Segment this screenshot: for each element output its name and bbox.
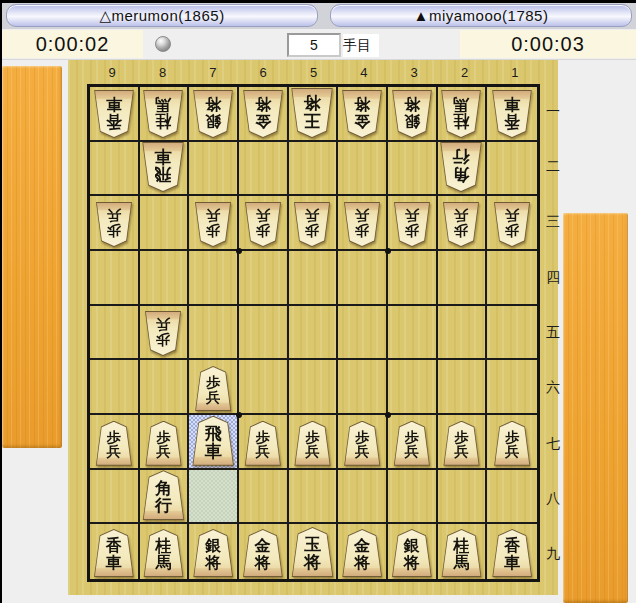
gote-piece-銀将: 銀将	[390, 90, 434, 138]
cell-1-9[interactable]: 香車	[487, 524, 537, 579]
cell-1-5[interactable]	[487, 306, 537, 361]
cell-7-7[interactable]: 飛車	[189, 415, 239, 470]
cell-2-6[interactable]	[438, 360, 488, 415]
rank-label-3: 三	[544, 195, 562, 250]
gote-piece-歩兵: 歩兵	[441, 202, 481, 247]
rank-label-6: 六	[544, 361, 562, 416]
gote-piece-歩兵: 歩兵	[342, 202, 382, 247]
sente-piece-歩兵: 歩兵	[342, 421, 382, 466]
sente-piece-桂馬: 桂馬	[141, 529, 185, 577]
cell-8-6[interactable]	[140, 360, 190, 415]
gote-piece-角行: 角行	[438, 142, 484, 192]
cell-8-2[interactable]: 飛車	[140, 142, 190, 197]
rank-label-7: 七	[544, 416, 562, 471]
board-main-area: 987654321 一二三四五六七八九 香車桂馬銀将金将王将金将銀将桂馬香車飛車…	[0, 60, 636, 603]
hoshi-dot	[385, 248, 391, 254]
gote-piece-歩兵: 歩兵	[492, 202, 532, 247]
file-label-9: 9	[87, 64, 137, 82]
cell-5-6[interactable]	[289, 360, 339, 415]
cell-5-8[interactable]	[289, 470, 339, 525]
cell-2-4[interactable]	[438, 251, 488, 306]
cell-7-4[interactable]	[189, 251, 239, 306]
cell-6-1[interactable]: 金将	[239, 87, 289, 142]
sente-piece-銀将: 銀将	[191, 529, 235, 577]
file-label-4: 4	[339, 64, 389, 82]
cell-5-2[interactable]	[289, 142, 339, 197]
cell-8-8[interactable]: 角行	[140, 470, 190, 525]
cell-2-8[interactable]	[438, 470, 488, 525]
cell-9-9[interactable]: 香車	[90, 524, 140, 579]
gote-piece-香車: 香車	[490, 90, 534, 138]
rank-label-4: 四	[544, 250, 562, 305]
cell-8-9[interactable]: 桂馬	[140, 524, 190, 579]
cell-3-3[interactable]: 歩兵	[388, 196, 438, 251]
cell-4-3[interactable]: 歩兵	[338, 196, 388, 251]
gote-piece-歩兵: 歩兵	[143, 311, 183, 356]
turn-indicator-orb-icon	[155, 36, 171, 52]
sente-piece-金将: 金将	[241, 529, 285, 577]
sente-piece-歩兵: 歩兵	[292, 421, 332, 466]
player-button-gote[interactable]: △merumon(1865)	[6, 4, 318, 27]
cell-2-3[interactable]: 歩兵	[438, 196, 488, 251]
cell-2-5[interactable]	[438, 306, 488, 361]
hoshi-dot	[385, 412, 391, 418]
file-label-3: 3	[389, 64, 439, 82]
cell-6-6[interactable]	[239, 360, 289, 415]
cell-6-4[interactable]	[239, 251, 289, 306]
rank-label-1: 一	[544, 84, 562, 139]
cell-3-1[interactable]: 銀将	[388, 87, 438, 142]
cell-1-8[interactable]	[487, 470, 537, 525]
window-left-border	[0, 0, 2, 603]
cell-5-7[interactable]: 歩兵	[289, 415, 339, 470]
cell-6-2[interactable]	[239, 142, 289, 197]
cell-4-1[interactable]: 金将	[338, 87, 388, 142]
sente-piece-香車: 香車	[92, 529, 136, 577]
cell-5-3[interactable]: 歩兵	[289, 196, 339, 251]
sente-piece-歩兵: 歩兵	[392, 421, 432, 466]
cell-4-2[interactable]	[338, 142, 388, 197]
sente-piece-歩兵: 歩兵	[94, 421, 134, 466]
cell-5-4[interactable]	[289, 251, 339, 306]
gote-piece-銀将: 銀将	[191, 90, 235, 138]
cell-1-1[interactable]: 香車	[487, 87, 537, 142]
cell-3-8[interactable]	[388, 470, 438, 525]
file-label-1: 1	[490, 64, 540, 82]
move-unit-label: 手目	[343, 34, 379, 57]
cell-4-8[interactable]	[338, 470, 388, 525]
board-frame: 香車桂馬銀将金将王将金将銀将桂馬香車飛車角行歩兵歩兵歩兵歩兵歩兵歩兵歩兵歩兵歩兵…	[87, 84, 540, 582]
gote-piece-金将: 金将	[340, 90, 384, 138]
cell-8-7[interactable]: 歩兵	[140, 415, 190, 470]
file-label-2: 2	[439, 64, 489, 82]
rank-labels: 一二三四五六七八九	[544, 84, 562, 582]
file-label-8: 8	[137, 64, 187, 82]
gote-piece-歩兵: 歩兵	[392, 202, 432, 247]
cell-9-1[interactable]: 香車	[90, 87, 140, 142]
file-label-7: 7	[188, 64, 238, 82]
gote-piece-香車: 香車	[92, 90, 136, 138]
cell-2-9[interactable]: 桂馬	[438, 524, 488, 579]
cell-6-5[interactable]	[239, 306, 289, 361]
file-label-6: 6	[238, 64, 288, 82]
komadai-sente	[563, 213, 628, 603]
cell-3-9[interactable]: 銀将	[388, 524, 438, 579]
sente-piece-香車: 香車	[490, 529, 534, 577]
cell-3-4[interactable]	[388, 251, 438, 306]
cell-7-6[interactable]: 歩兵	[189, 360, 239, 415]
cell-2-2[interactable]: 角行	[438, 142, 488, 197]
cell-9-4[interactable]	[90, 251, 140, 306]
cell-3-5[interactable]	[388, 306, 438, 361]
cell-6-7[interactable]: 歩兵	[239, 415, 289, 470]
gote-piece-金将: 金将	[241, 90, 285, 138]
window-top-border	[0, 0, 636, 3]
cell-9-2[interactable]	[90, 142, 140, 197]
cell-7-9[interactable]: 銀将	[189, 524, 239, 579]
cell-1-3[interactable]: 歩兵	[487, 196, 537, 251]
cell-5-9[interactable]: 玉将	[289, 524, 339, 579]
cell-1-4[interactable]	[487, 251, 537, 306]
player-bar-row: △merumon(1865) ▲miyamooo(1785)	[0, 0, 636, 29]
cell-4-6[interactable]	[338, 360, 388, 415]
sente-piece-歩兵: 歩兵	[193, 366, 233, 411]
sente-piece-銀将: 銀将	[390, 529, 434, 577]
cell-8-1[interactable]: 桂馬	[140, 87, 190, 142]
cell-8-3[interactable]	[140, 196, 190, 251]
rank-label-5: 五	[544, 305, 562, 360]
rank-label-2: 二	[544, 139, 562, 194]
shogi-app-window: △merumon(1865) ▲miyamooo(1785) 0:00:02 手…	[0, 0, 636, 603]
cell-6-3[interactable]: 歩兵	[239, 196, 289, 251]
cell-9-3[interactable]: 歩兵	[90, 196, 140, 251]
cell-1-7[interactable]: 歩兵	[487, 415, 537, 470]
sente-piece-歩兵: 歩兵	[492, 421, 532, 466]
clock-gote: 0:00:02	[2, 30, 143, 58]
cell-5-5[interactable]	[289, 306, 339, 361]
komadai-gote	[2, 66, 62, 448]
sente-piece-歩兵: 歩兵	[243, 421, 283, 466]
gote-piece-歩兵: 歩兵	[94, 202, 134, 247]
rank-label-8: 八	[544, 471, 562, 526]
cell-1-2[interactable]	[487, 142, 537, 197]
gote-piece-歩兵: 歩兵	[243, 202, 283, 247]
gote-piece-歩兵: 歩兵	[292, 202, 332, 247]
cell-2-7[interactable]: 歩兵	[438, 415, 488, 470]
hoshi-dot	[236, 248, 242, 254]
cell-1-6[interactable]	[487, 360, 537, 415]
move-number-input[interactable]	[287, 33, 341, 57]
gote-piece-桂馬: 桂馬	[141, 90, 185, 138]
cell-4-9[interactable]: 金将	[338, 524, 388, 579]
cell-4-4[interactable]	[338, 251, 388, 306]
file-labels: 987654321	[87, 64, 540, 82]
cell-7-2[interactable]	[189, 142, 239, 197]
gote-piece-飛車: 飛車	[140, 142, 186, 192]
cell-3-2[interactable]	[388, 142, 438, 197]
cell-3-6[interactable]	[388, 360, 438, 415]
gote-piece-桂馬: 桂馬	[439, 90, 483, 138]
gote-piece-歩兵: 歩兵	[193, 202, 233, 247]
cell-9-8[interactable]	[90, 470, 140, 525]
sente-piece-歩兵: 歩兵	[143, 421, 183, 466]
sente-piece-飛車: 飛車	[190, 416, 236, 466]
cell-4-7[interactable]: 歩兵	[338, 415, 388, 470]
cell-6-8[interactable]	[239, 470, 289, 525]
gote-piece-王将: 王将	[289, 88, 335, 138]
sente-piece-玉将: 玉将	[289, 527, 335, 577]
hoshi-dot	[236, 412, 242, 418]
cell-9-7[interactable]: 歩兵	[90, 415, 140, 470]
timer-row: 0:00:02 手目 0:00:03	[0, 29, 636, 60]
cell-5-1[interactable]: 王将	[289, 87, 339, 142]
sente-piece-金将: 金将	[340, 529, 384, 577]
cell-7-1[interactable]: 銀将	[189, 87, 239, 142]
board-grid: 香車桂馬銀将金将王将金将銀将桂馬香車飛車角行歩兵歩兵歩兵歩兵歩兵歩兵歩兵歩兵歩兵…	[90, 87, 537, 579]
cell-4-5[interactable]	[338, 306, 388, 361]
cell-8-5[interactable]: 歩兵	[140, 306, 190, 361]
file-label-5: 5	[288, 64, 338, 82]
cell-3-7[interactable]: 歩兵	[388, 415, 438, 470]
cell-7-5[interactable]	[189, 306, 239, 361]
cell-7-3[interactable]: 歩兵	[189, 196, 239, 251]
cell-6-9[interactable]: 金将	[239, 524, 289, 579]
cell-2-1[interactable]: 桂馬	[438, 87, 488, 142]
cell-9-5[interactable]	[90, 306, 140, 361]
cell-8-4[interactable]	[140, 251, 190, 306]
player-button-sente[interactable]: ▲miyamooo(1785)	[330, 4, 632, 27]
sente-piece-歩兵: 歩兵	[441, 421, 481, 466]
clock-sente: 0:00:03	[460, 30, 636, 58]
shogi-board: 987654321 一二三四五六七八九 香車桂馬銀将金将王将金将銀将桂馬香車飛車…	[68, 60, 558, 595]
rank-label-9: 九	[544, 527, 562, 582]
sente-piece-桂馬: 桂馬	[439, 529, 483, 577]
sente-piece-角行: 角行	[140, 470, 186, 520]
cell-9-6[interactable]	[90, 360, 140, 415]
cell-7-8[interactable]	[189, 470, 239, 525]
